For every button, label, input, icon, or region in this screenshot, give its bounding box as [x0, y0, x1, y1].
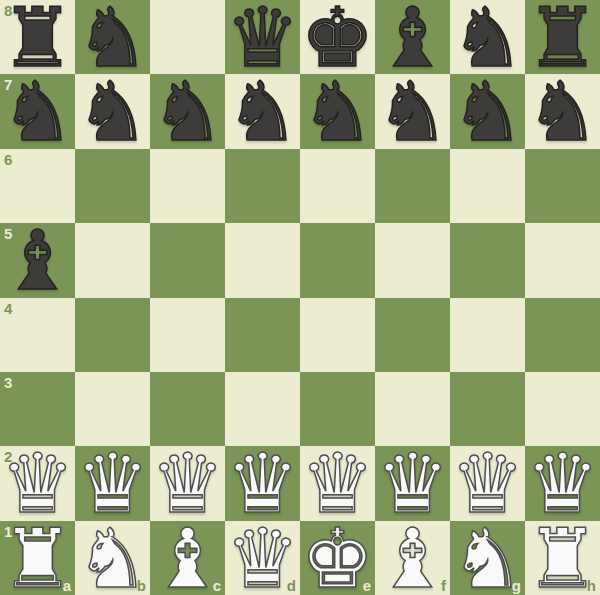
square-c3[interactable] [150, 372, 225, 446]
square-b6[interactable] [75, 149, 150, 223]
square-f5[interactable] [375, 223, 450, 297]
square-f1[interactable]: f♝ [375, 521, 450, 595]
square-h5[interactable] [525, 223, 600, 297]
square-a3[interactable]: 3 [0, 372, 75, 446]
square-a8[interactable]: 8♜ [0, 0, 75, 74]
piece-white-queen[interactable]: ♛ [226, 522, 300, 595]
square-f3[interactable] [375, 372, 450, 446]
square-g6[interactable] [450, 149, 525, 223]
piece-white-rook[interactable]: ♜ [1, 522, 75, 595]
square-e8[interactable]: ♚ [300, 0, 375, 74]
square-d5[interactable] [225, 223, 300, 297]
piece-black-knight[interactable]: ♞ [526, 75, 600, 149]
chessboard: 8♜♞♛♚♝♞♜7♞♞♞♞♞♞♞♞65♝432♛♛♛♛♛♛♛♛1a♜b♞c♝d♛… [0, 0, 600, 595]
square-e3[interactable] [300, 372, 375, 446]
square-h3[interactable] [525, 372, 600, 446]
square-d6[interactable] [225, 149, 300, 223]
square-b2[interactable]: ♛ [75, 446, 150, 520]
square-d2[interactable]: ♛ [225, 446, 300, 520]
square-d1[interactable]: d♛ [225, 521, 300, 595]
square-g4[interactable] [450, 298, 525, 372]
square-c8[interactable] [150, 0, 225, 74]
piece-white-king[interactable]: ♚ [301, 522, 375, 595]
piece-black-knight[interactable]: ♞ [451, 75, 525, 149]
square-h6[interactable] [525, 149, 600, 223]
square-b7[interactable]: ♞ [75, 74, 150, 148]
piece-white-bishop[interactable]: ♝ [151, 522, 225, 595]
square-a4[interactable]: 4 [0, 298, 75, 372]
square-f2[interactable]: ♛ [375, 446, 450, 520]
rank-label-4: 4 [4, 301, 12, 316]
piece-black-knight[interactable]: ♞ [376, 75, 450, 149]
piece-black-bishop[interactable]: ♝ [1, 224, 75, 298]
rank-label-6: 6 [4, 152, 12, 167]
square-a7[interactable]: 7♞ [0, 74, 75, 148]
square-g7[interactable]: ♞ [450, 74, 525, 148]
square-a5[interactable]: 5♝ [0, 223, 75, 297]
square-h4[interactable] [525, 298, 600, 372]
square-f7[interactable]: ♞ [375, 74, 450, 148]
square-c1[interactable]: c♝ [150, 521, 225, 595]
square-g5[interactable] [450, 223, 525, 297]
square-b8[interactable]: ♞ [75, 0, 150, 74]
square-h7[interactable]: ♞ [525, 74, 600, 148]
square-c5[interactable] [150, 223, 225, 297]
piece-white-bishop[interactable]: ♝ [376, 522, 450, 595]
square-h8[interactable]: ♜ [525, 0, 600, 74]
piece-black-knight[interactable]: ♞ [151, 75, 225, 149]
square-g2[interactable]: ♛ [450, 446, 525, 520]
square-e4[interactable] [300, 298, 375, 372]
square-g8[interactable]: ♞ [450, 0, 525, 74]
square-c6[interactable] [150, 149, 225, 223]
square-a6[interactable]: 6 [0, 149, 75, 223]
square-c7[interactable]: ♞ [150, 74, 225, 148]
square-b4[interactable] [75, 298, 150, 372]
square-g3[interactable] [450, 372, 525, 446]
rank-label-3: 3 [4, 375, 12, 390]
square-h1[interactable]: h♜ [525, 521, 600, 595]
square-d3[interactable] [225, 372, 300, 446]
piece-white-knight[interactable]: ♞ [76, 522, 150, 595]
square-c2[interactable]: ♛ [150, 446, 225, 520]
piece-black-knight[interactable]: ♞ [226, 75, 300, 149]
square-e1[interactable]: e♚ [300, 521, 375, 595]
square-a1[interactable]: 1a♜ [0, 521, 75, 595]
square-e5[interactable] [300, 223, 375, 297]
square-d4[interactable] [225, 298, 300, 372]
square-f6[interactable] [375, 149, 450, 223]
square-e6[interactable] [300, 149, 375, 223]
square-b3[interactable] [75, 372, 150, 446]
piece-black-knight[interactable]: ♞ [301, 75, 375, 149]
square-f8[interactable]: ♝ [375, 0, 450, 74]
piece-black-knight[interactable]: ♞ [76, 75, 150, 149]
square-h2[interactable]: ♛ [525, 446, 600, 520]
square-d8[interactable]: ♛ [225, 0, 300, 74]
square-d7[interactable]: ♞ [225, 74, 300, 148]
square-f4[interactable] [375, 298, 450, 372]
square-c4[interactable] [150, 298, 225, 372]
square-e7[interactable]: ♞ [300, 74, 375, 148]
piece-black-knight[interactable]: ♞ [1, 75, 75, 149]
piece-white-rook[interactable]: ♜ [526, 522, 600, 595]
square-b5[interactable] [75, 223, 150, 297]
square-e2[interactable]: ♛ [300, 446, 375, 520]
piece-white-knight[interactable]: ♞ [451, 522, 525, 595]
square-b1[interactable]: b♞ [75, 521, 150, 595]
square-g1[interactable]: g♞ [450, 521, 525, 595]
square-a2[interactable]: 2♛ [0, 446, 75, 520]
